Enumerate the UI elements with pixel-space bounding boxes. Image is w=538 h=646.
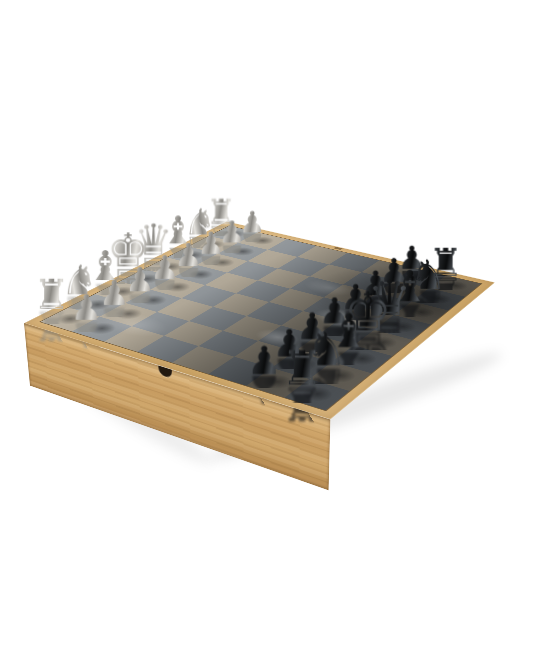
rook-glyph: ♜ [33,274,70,315]
product-photo: Overhead three-quarter product photo of … [0,0,538,646]
scene-caption: Overhead three-quarter product photo of … [0,0,1,1]
chess-box: ♜♜♞♞♝♝♛♛♚♚♝♝♞♞♜♜♟♟♟♟♟♟♟♟♟♟♟♟♟♟♟♟♟♟♟♟♟♟♟♟… [24,221,495,419]
pawn-glyph: ♟ [247,341,282,380]
pawn-glyph: ♟ [70,290,102,325]
pawn-glyph: ♟ [98,276,129,310]
rook-glyph: ♜ [281,344,323,391]
